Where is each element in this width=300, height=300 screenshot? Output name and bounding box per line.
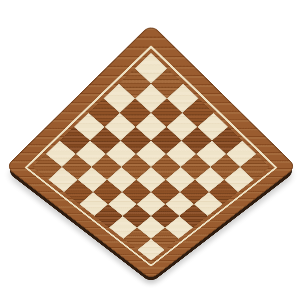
product-photo-background xyxy=(0,0,300,300)
board-frame xyxy=(5,23,296,279)
board-squares-grid xyxy=(32,53,270,261)
chess-board xyxy=(5,23,296,279)
